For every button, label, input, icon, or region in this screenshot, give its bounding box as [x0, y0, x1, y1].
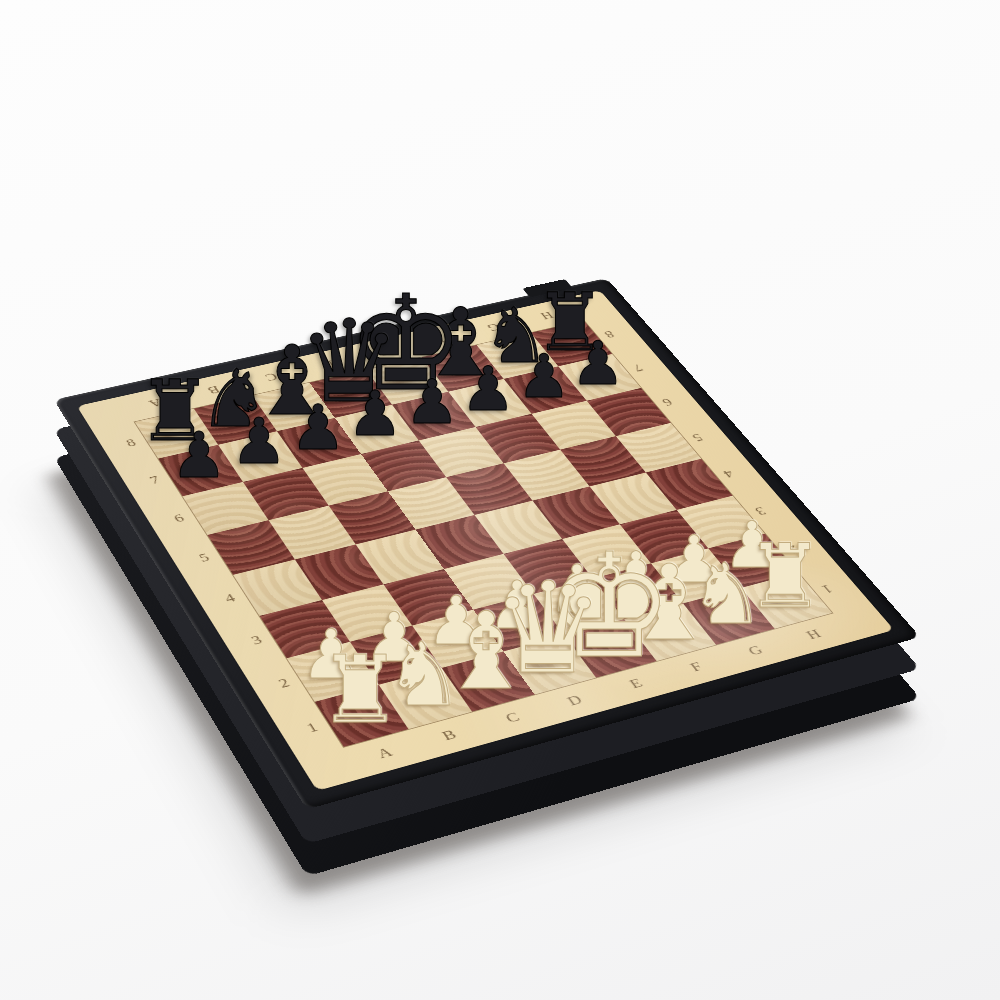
piece-black-pawn-a7[interactable]: ♟ [171, 424, 227, 487]
piece-black-pawn-c7[interactable]: ♟ [290, 397, 346, 459]
piece-black-pawn-d7[interactable]: ♟ [347, 383, 403, 445]
scene: AABBCCDDEEFFGGHH8877665544332211 ♜♞♝♛♚♝♞… [0, 0, 1000, 1000]
piece-black-pawn-g7[interactable]: ♟ [517, 346, 571, 406]
piece-black-pawn-h7[interactable]: ♟ [571, 333, 625, 393]
piece-black-pawn-b7[interactable]: ♟ [231, 410, 287, 473]
piece-black-pawn-f7[interactable]: ♟ [461, 358, 516, 419]
piece-black-pawn-e7[interactable]: ♟ [405, 371, 460, 432]
piece-white-rook-a1[interactable]: ♜ [318, 644, 401, 737]
